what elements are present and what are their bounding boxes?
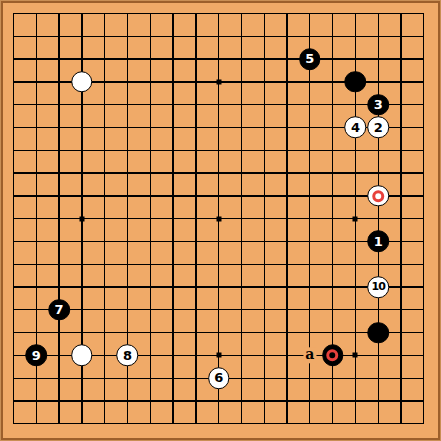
intersection <box>276 321 299 344</box>
intersection <box>344 253 367 276</box>
intersection <box>390 321 413 344</box>
intersection <box>253 70 276 93</box>
intersection <box>412 162 435 185</box>
intersection <box>25 48 48 71</box>
intersection <box>344 367 367 390</box>
intersection <box>276 184 299 207</box>
intersection: 7 <box>48 298 71 321</box>
intersection <box>93 93 116 116</box>
intersection <box>276 139 299 162</box>
intersection <box>344 184 367 207</box>
intersection <box>321 321 344 344</box>
intersection <box>207 162 230 185</box>
intersection <box>116 230 139 253</box>
intersection <box>207 298 230 321</box>
intersection <box>25 207 48 230</box>
intersection <box>207 2 230 25</box>
intersection <box>253 253 276 276</box>
intersection <box>70 184 93 207</box>
intersection <box>139 390 162 413</box>
intersection <box>298 412 321 435</box>
intersection <box>116 253 139 276</box>
intersection <box>2 390 25 413</box>
black-stone-move-1: 1 <box>367 231 389 253</box>
intersection <box>390 184 413 207</box>
intersection <box>93 207 116 230</box>
intersection <box>139 162 162 185</box>
intersection <box>412 253 435 276</box>
intersection <box>2 253 25 276</box>
intersection <box>230 2 253 25</box>
intersection <box>344 230 367 253</box>
intersection <box>162 298 185 321</box>
intersection <box>367 412 390 435</box>
intersection <box>139 25 162 48</box>
intersection <box>70 298 93 321</box>
intersection: a <box>298 344 321 367</box>
intersection <box>230 344 253 367</box>
intersection <box>276 70 299 93</box>
intersection <box>390 390 413 413</box>
intersection <box>139 367 162 390</box>
intersection <box>367 25 390 48</box>
intersection <box>2 25 25 48</box>
intersection <box>48 367 71 390</box>
intersection <box>367 207 390 230</box>
intersection <box>2 116 25 139</box>
intersection <box>298 93 321 116</box>
intersection <box>2 230 25 253</box>
intersection <box>70 321 93 344</box>
intersection <box>184 344 207 367</box>
intersection <box>162 207 185 230</box>
intersection <box>25 162 48 185</box>
intersection <box>184 116 207 139</box>
intersection <box>344 207 367 230</box>
intersection <box>230 253 253 276</box>
intersection <box>230 276 253 299</box>
intersection <box>25 25 48 48</box>
intersection <box>276 344 299 367</box>
intersection <box>162 162 185 185</box>
intersection <box>253 390 276 413</box>
intersection <box>116 93 139 116</box>
intersection <box>253 367 276 390</box>
intersection <box>184 162 207 185</box>
intersection <box>390 253 413 276</box>
intersection <box>321 70 344 93</box>
intersection <box>276 412 299 435</box>
intersection <box>321 344 344 367</box>
intersection <box>230 412 253 435</box>
intersection <box>207 25 230 48</box>
intersection <box>48 344 71 367</box>
intersection <box>48 412 71 435</box>
intersection <box>162 139 185 162</box>
intersection <box>93 184 116 207</box>
intersection <box>412 25 435 48</box>
intersection <box>230 207 253 230</box>
intersection <box>93 230 116 253</box>
intersection <box>412 2 435 25</box>
intersection <box>48 48 71 71</box>
intersection <box>344 321 367 344</box>
intersection <box>184 139 207 162</box>
intersection <box>230 230 253 253</box>
intersection <box>2 162 25 185</box>
intersection <box>344 276 367 299</box>
intersection <box>207 48 230 71</box>
intersection: 4 <box>344 116 367 139</box>
intersection <box>321 276 344 299</box>
intersection <box>321 162 344 185</box>
intersection <box>116 48 139 71</box>
intersection <box>390 367 413 390</box>
intersection <box>2 93 25 116</box>
intersection <box>2 2 25 25</box>
intersection <box>367 321 390 344</box>
intersection <box>70 367 93 390</box>
intersection <box>390 298 413 321</box>
intersection <box>139 344 162 367</box>
intersection <box>48 162 71 185</box>
marked-white-stone <box>367 185 389 207</box>
intersection <box>184 207 207 230</box>
intersection <box>184 230 207 253</box>
intersection <box>412 70 435 93</box>
intersection <box>116 162 139 185</box>
intersection <box>70 116 93 139</box>
intersection <box>207 139 230 162</box>
intersection <box>367 162 390 185</box>
intersection <box>390 93 413 116</box>
intersection <box>276 2 299 25</box>
intersection <box>321 25 344 48</box>
intersection <box>230 48 253 71</box>
intersection <box>298 276 321 299</box>
intersection <box>321 116 344 139</box>
white-stone-move-8: 8 <box>117 345 139 367</box>
intersection <box>48 25 71 48</box>
intersection <box>2 207 25 230</box>
go-board-grid: 5342110798a6 <box>2 2 435 435</box>
intersection <box>116 367 139 390</box>
intersection <box>25 321 48 344</box>
intersection <box>344 48 367 71</box>
intersection <box>412 93 435 116</box>
intersection <box>344 162 367 185</box>
intersection <box>298 367 321 390</box>
black-stone <box>367 322 389 344</box>
intersection <box>184 2 207 25</box>
intersection <box>116 2 139 25</box>
intersection <box>139 253 162 276</box>
intersection <box>184 412 207 435</box>
intersection <box>298 70 321 93</box>
intersection <box>25 412 48 435</box>
intersection <box>25 139 48 162</box>
intersection <box>298 116 321 139</box>
intersection <box>2 139 25 162</box>
intersection <box>184 298 207 321</box>
intersection <box>48 2 71 25</box>
intersection <box>207 93 230 116</box>
intersection <box>116 207 139 230</box>
intersection <box>25 93 48 116</box>
intersection <box>93 298 116 321</box>
intersection <box>367 184 390 207</box>
intersection <box>276 276 299 299</box>
intersection <box>298 253 321 276</box>
intersection <box>93 276 116 299</box>
intersection <box>2 412 25 435</box>
intersection <box>230 93 253 116</box>
intersection <box>390 276 413 299</box>
intersection <box>184 25 207 48</box>
intersection <box>162 321 185 344</box>
intersection <box>390 207 413 230</box>
intersection <box>25 184 48 207</box>
intersection <box>298 230 321 253</box>
intersection <box>367 48 390 71</box>
intersection <box>70 207 93 230</box>
intersection <box>184 70 207 93</box>
intersection <box>116 321 139 344</box>
intersection <box>298 139 321 162</box>
intersection <box>390 48 413 71</box>
intersection <box>412 207 435 230</box>
intersection <box>412 230 435 253</box>
intersection <box>2 321 25 344</box>
intersection <box>321 412 344 435</box>
intersection <box>412 390 435 413</box>
intersection <box>253 162 276 185</box>
intersection <box>276 390 299 413</box>
black-stone-move-3: 3 <box>367 94 389 116</box>
intersection <box>162 70 185 93</box>
intersection <box>412 412 435 435</box>
intersection <box>25 276 48 299</box>
intersection <box>276 367 299 390</box>
intersection <box>344 2 367 25</box>
star-point <box>216 216 221 221</box>
intersection <box>207 344 230 367</box>
intersection <box>390 25 413 48</box>
intersection <box>230 367 253 390</box>
intersection <box>412 139 435 162</box>
intersection <box>298 184 321 207</box>
intersection <box>412 321 435 344</box>
intersection <box>93 2 116 25</box>
intersection <box>207 207 230 230</box>
intersection <box>116 412 139 435</box>
intersection <box>139 230 162 253</box>
intersection <box>93 116 116 139</box>
intersection <box>390 230 413 253</box>
intersection <box>344 25 367 48</box>
intersection <box>25 367 48 390</box>
intersection <box>25 2 48 25</box>
intersection <box>253 93 276 116</box>
intersection <box>25 298 48 321</box>
intersection <box>2 70 25 93</box>
intersection <box>70 162 93 185</box>
intersection <box>139 70 162 93</box>
intersection <box>207 70 230 93</box>
intersection <box>253 230 276 253</box>
intersection <box>344 344 367 367</box>
intersection <box>298 162 321 185</box>
intersection <box>139 412 162 435</box>
intersection <box>230 184 253 207</box>
intersection <box>93 162 116 185</box>
black-stone <box>345 71 367 93</box>
intersection <box>48 70 71 93</box>
intersection <box>139 139 162 162</box>
intersection <box>390 162 413 185</box>
intersection <box>298 25 321 48</box>
intersection <box>344 298 367 321</box>
intersection <box>321 48 344 71</box>
intersection <box>367 298 390 321</box>
intersection <box>25 390 48 413</box>
intersection <box>230 390 253 413</box>
intersection <box>412 298 435 321</box>
intersection <box>253 298 276 321</box>
intersection <box>207 230 230 253</box>
intersection <box>390 139 413 162</box>
intersection <box>253 276 276 299</box>
intersection <box>48 207 71 230</box>
black-stone-move-5: 5 <box>299 48 321 70</box>
intersection <box>253 207 276 230</box>
intersection <box>321 93 344 116</box>
white-stone-move-2: 2 <box>367 117 389 139</box>
intersection <box>412 367 435 390</box>
intersection <box>230 25 253 48</box>
intersection <box>321 253 344 276</box>
intersection <box>116 184 139 207</box>
intersection <box>367 2 390 25</box>
intersection: 6 <box>207 367 230 390</box>
white-stone-move-10: 10 <box>367 276 389 298</box>
intersection <box>70 93 93 116</box>
intersection <box>162 412 185 435</box>
intersection <box>139 116 162 139</box>
white-stone-move-4: 4 <box>345 117 367 139</box>
intersection: 1 <box>367 230 390 253</box>
intersection <box>321 207 344 230</box>
intersection <box>2 367 25 390</box>
star-point <box>79 216 84 221</box>
intersection <box>344 390 367 413</box>
intersection <box>367 139 390 162</box>
white-stone-move-6: 6 <box>208 367 230 389</box>
intersection <box>321 139 344 162</box>
intersection <box>116 139 139 162</box>
intersection: 9 <box>25 344 48 367</box>
intersection <box>230 321 253 344</box>
point-label-a: a <box>303 348 316 363</box>
white-stone <box>71 345 93 367</box>
intersection <box>70 253 93 276</box>
marked-black-stone <box>322 345 344 367</box>
intersection <box>230 116 253 139</box>
intersection <box>93 412 116 435</box>
intersection <box>70 139 93 162</box>
intersection <box>70 48 93 71</box>
intersection <box>70 412 93 435</box>
intersection <box>207 184 230 207</box>
intersection <box>184 390 207 413</box>
intersection <box>162 230 185 253</box>
star-point <box>216 79 221 84</box>
intersection <box>367 367 390 390</box>
intersection <box>48 184 71 207</box>
intersection <box>344 93 367 116</box>
intersection <box>139 93 162 116</box>
intersection <box>253 116 276 139</box>
intersection <box>253 48 276 71</box>
intersection <box>390 344 413 367</box>
intersection <box>276 48 299 71</box>
intersection <box>116 390 139 413</box>
go-board: 5342110798a6 <box>0 0 441 441</box>
intersection <box>390 2 413 25</box>
intersection <box>162 390 185 413</box>
intersection <box>276 230 299 253</box>
intersection: 10 <box>367 276 390 299</box>
intersection <box>2 298 25 321</box>
intersection <box>70 276 93 299</box>
intersection <box>48 116 71 139</box>
intersection <box>93 253 116 276</box>
intersection <box>70 230 93 253</box>
intersection <box>48 390 71 413</box>
black-stone-move-7: 7 <box>48 299 70 321</box>
intersection <box>321 298 344 321</box>
intersection <box>298 298 321 321</box>
intersection <box>116 25 139 48</box>
intersection <box>344 412 367 435</box>
intersection: 5 <box>298 48 321 71</box>
intersection <box>162 367 185 390</box>
intersection <box>298 2 321 25</box>
intersection <box>25 70 48 93</box>
intersection <box>184 276 207 299</box>
intersection: 8 <box>116 344 139 367</box>
intersection <box>93 367 116 390</box>
intersection <box>70 390 93 413</box>
intersection <box>48 321 71 344</box>
star-point <box>353 216 358 221</box>
intersection <box>321 230 344 253</box>
intersection <box>93 25 116 48</box>
intersection <box>390 70 413 93</box>
intersection <box>93 139 116 162</box>
intersection <box>2 276 25 299</box>
intersection <box>207 116 230 139</box>
intersection <box>207 253 230 276</box>
intersection <box>412 276 435 299</box>
intersection <box>48 139 71 162</box>
intersection <box>48 93 71 116</box>
intersection <box>93 344 116 367</box>
star-point <box>353 353 358 358</box>
intersection <box>25 116 48 139</box>
intersection <box>253 2 276 25</box>
intersection <box>367 70 390 93</box>
